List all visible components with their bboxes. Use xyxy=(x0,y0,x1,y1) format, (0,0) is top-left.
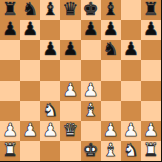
square-h2[interactable]: ♟ xyxy=(141,121,161,141)
piece-white-knight[interactable]: ♞ xyxy=(42,101,58,119)
square-f6[interactable]: ♞ xyxy=(101,40,121,60)
square-e4[interactable]: ♟ xyxy=(81,81,101,101)
piece-black-pawn[interactable]: ♟ xyxy=(123,40,139,58)
square-f7[interactable]: ♟ xyxy=(101,20,121,40)
square-f3[interactable] xyxy=(101,101,121,121)
piece-black-pawn[interactable]: ♟ xyxy=(2,20,18,38)
piece-black-pawn[interactable]: ♟ xyxy=(22,20,38,38)
square-g6[interactable]: ♟ xyxy=(121,40,141,60)
square-g5[interactable] xyxy=(121,60,141,80)
square-h7[interactable]: ♟ xyxy=(141,20,161,40)
square-b2[interactable]: ♟ xyxy=(20,121,40,141)
piece-white-bishop[interactable]: ♝ xyxy=(103,141,119,159)
square-a3[interactable] xyxy=(0,101,20,121)
piece-black-king[interactable]: ♚ xyxy=(82,0,98,18)
square-c1[interactable] xyxy=(40,141,60,161)
piece-white-king[interactable]: ♚ xyxy=(82,141,98,159)
square-d3[interactable] xyxy=(60,101,80,121)
square-f1[interactable]: ♝ xyxy=(101,141,121,161)
square-b5[interactable] xyxy=(20,60,40,80)
piece-white-pawn[interactable]: ♟ xyxy=(103,121,119,139)
square-g2[interactable]: ♟ xyxy=(121,121,141,141)
square-b7[interactable]: ♟ xyxy=(20,20,40,40)
square-a5[interactable] xyxy=(0,60,20,80)
square-c4[interactable] xyxy=(40,81,60,101)
piece-white-knight[interactable]: ♞ xyxy=(123,141,139,159)
square-d7[interactable] xyxy=(60,20,80,40)
square-a8[interactable]: ♜ xyxy=(0,0,20,20)
square-h8[interactable]: ♜ xyxy=(141,0,161,20)
square-h6[interactable] xyxy=(141,40,161,60)
piece-black-knight[interactable]: ♞ xyxy=(103,40,119,58)
square-c5[interactable] xyxy=(40,60,60,80)
piece-white-pawn[interactable]: ♟ xyxy=(2,121,18,139)
square-c6[interactable]: ♟ xyxy=(40,40,60,60)
piece-black-knight[interactable]: ♞ xyxy=(22,0,38,18)
piece-white-pawn[interactable]: ♟ xyxy=(22,121,38,139)
square-d2[interactable]: ♛ xyxy=(60,121,80,141)
square-e5[interactable] xyxy=(81,60,101,80)
square-e3[interactable]: ♝ xyxy=(81,101,101,121)
square-f4[interactable] xyxy=(101,81,121,101)
square-a6[interactable] xyxy=(0,40,20,60)
square-f8[interactable]: ♝ xyxy=(101,0,121,20)
chess-board: ♜♞♝♛♚♝♜♟♟♟♟♟♟♟♞♟♟♟♞♝♟♟♟♛♟♟♟♜♚♝♞♜ xyxy=(0,0,162,162)
square-g1[interactable]: ♞ xyxy=(121,141,141,161)
piece-white-pawn[interactable]: ♟ xyxy=(42,121,58,139)
square-b3[interactable] xyxy=(20,101,40,121)
square-d8[interactable]: ♛ xyxy=(60,0,80,20)
piece-black-bishop[interactable]: ♝ xyxy=(42,0,58,18)
square-d6[interactable]: ♟ xyxy=(60,40,80,60)
piece-white-pawn[interactable]: ♟ xyxy=(62,81,78,99)
piece-black-pawn[interactable]: ♟ xyxy=(103,20,119,38)
piece-black-rook[interactable]: ♜ xyxy=(2,0,18,18)
square-d4[interactable]: ♟ xyxy=(60,81,80,101)
square-c8[interactable]: ♝ xyxy=(40,0,60,20)
piece-black-pawn[interactable]: ♟ xyxy=(42,40,58,58)
square-h1[interactable]: ♜ xyxy=(141,141,161,161)
square-b8[interactable]: ♞ xyxy=(20,0,40,20)
piece-black-bishop[interactable]: ♝ xyxy=(103,0,119,18)
square-a2[interactable]: ♟ xyxy=(0,121,20,141)
square-c2[interactable]: ♟ xyxy=(40,121,60,141)
square-g3[interactable] xyxy=(121,101,141,121)
square-g4[interactable] xyxy=(121,81,141,101)
piece-black-rook[interactable]: ♜ xyxy=(143,0,159,18)
square-a1[interactable]: ♜ xyxy=(0,141,20,161)
square-f5[interactable] xyxy=(101,60,121,80)
square-e7[interactable]: ♟ xyxy=(81,20,101,40)
piece-black-queen[interactable]: ♛ xyxy=(62,0,78,18)
piece-white-pawn[interactable]: ♟ xyxy=(143,121,159,139)
square-g8[interactable] xyxy=(121,0,141,20)
square-h3[interactable] xyxy=(141,101,161,121)
piece-black-pawn[interactable]: ♟ xyxy=(82,20,98,38)
square-d5[interactable] xyxy=(60,60,80,80)
square-b6[interactable] xyxy=(20,40,40,60)
square-e6[interactable] xyxy=(81,40,101,60)
square-e1[interactable]: ♚ xyxy=(81,141,101,161)
square-c7[interactable] xyxy=(40,20,60,40)
square-g7[interactable] xyxy=(121,20,141,40)
piece-white-pawn[interactable]: ♟ xyxy=(82,81,98,99)
square-b1[interactable] xyxy=(20,141,40,161)
piece-black-pawn[interactable]: ♟ xyxy=(143,20,159,38)
square-a4[interactable] xyxy=(0,81,20,101)
square-a7[interactable]: ♟ xyxy=(0,20,20,40)
piece-white-pawn[interactable]: ♟ xyxy=(123,121,139,139)
square-d1[interactable] xyxy=(60,141,80,161)
piece-white-rook[interactable]: ♜ xyxy=(2,141,18,159)
square-h4[interactable] xyxy=(141,81,161,101)
square-e2[interactable] xyxy=(81,121,101,141)
square-h5[interactable] xyxy=(141,60,161,80)
piece-white-queen[interactable]: ♛ xyxy=(62,121,78,139)
piece-white-bishop[interactable]: ♝ xyxy=(82,101,98,119)
square-c3[interactable]: ♞ xyxy=(40,101,60,121)
piece-black-pawn[interactable]: ♟ xyxy=(62,40,78,58)
square-e8[interactable]: ♚ xyxy=(81,0,101,20)
square-b4[interactable] xyxy=(20,81,40,101)
piece-white-rook[interactable]: ♜ xyxy=(143,141,159,159)
square-f2[interactable]: ♟ xyxy=(101,121,121,141)
